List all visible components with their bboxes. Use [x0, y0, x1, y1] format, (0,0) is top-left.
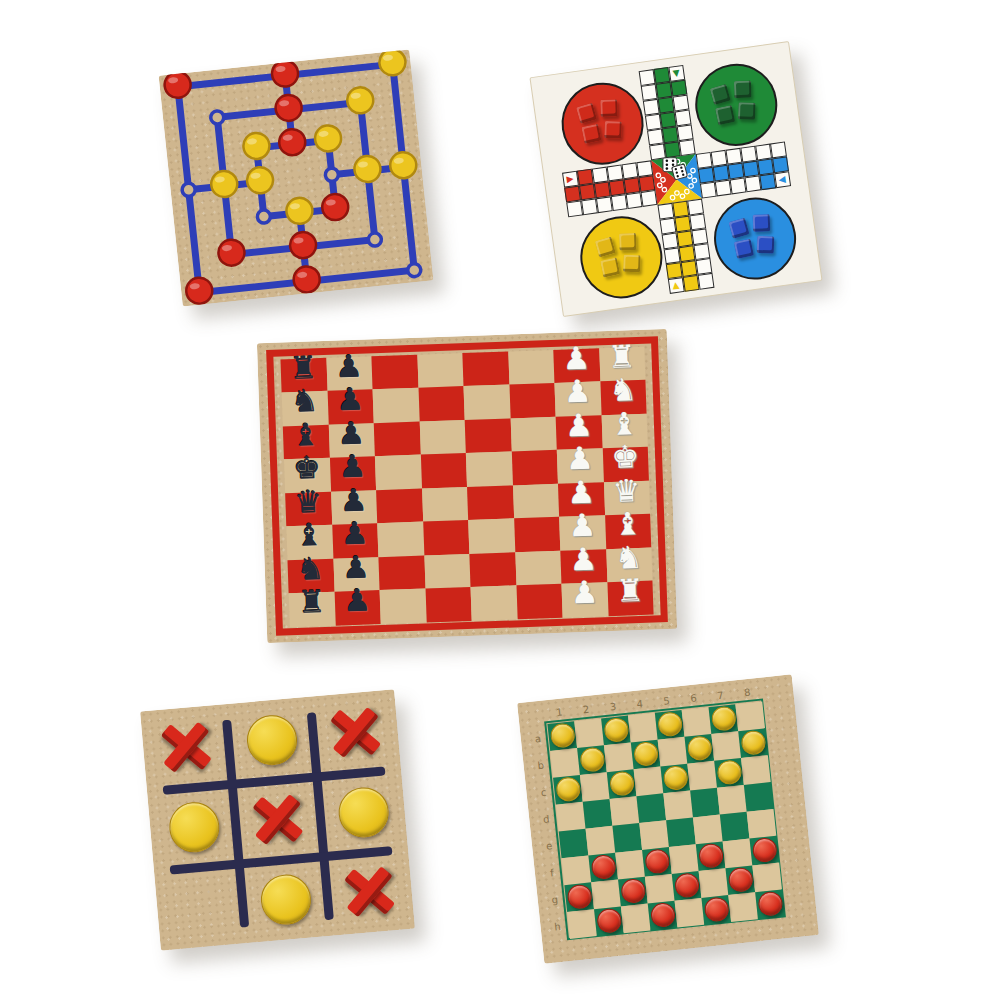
checkers-square [669, 844, 699, 874]
ludo-track-cell [697, 272, 714, 289]
chess-piece-white-rook: ♜ [599, 339, 646, 374]
ludo-pawn-blue [756, 235, 774, 253]
ttt-piece-x [326, 704, 385, 763]
die-showing-six [671, 164, 687, 180]
morris-piece-yellow [389, 151, 418, 180]
ttt-piece-x [248, 791, 307, 850]
chess-piece-black-pawn: ♟ [326, 349, 373, 384]
checkers-square [559, 829, 589, 859]
chess-square [375, 455, 422, 490]
ludo-pawn-green [733, 80, 751, 98]
chess-square [466, 451, 513, 486]
chess-square [510, 416, 557, 451]
chess-piece-white-pawn: ♟ [557, 441, 604, 476]
chess-piece-black-bishop: ♝ [286, 518, 333, 553]
morris-piece-red [289, 231, 318, 260]
chess-piece-white-bishop: ♝ [601, 406, 648, 441]
ludo-yard-blue [708, 192, 801, 285]
chess-board: ♜♟♟♜♞♟♟♞♝♟♟♝♚♟♟♚♛♟♟♛♝♟♟♝♞♟♟♞♜♟♟♜ [257, 329, 677, 643]
checkers-square [735, 702, 765, 732]
chess-square [417, 353, 464, 388]
chess-square [471, 585, 518, 620]
checkers-square [639, 820, 669, 850]
ttt-piece-o [167, 800, 221, 854]
checkers-rank-label: 6 [686, 692, 701, 704]
checkers-square [645, 874, 675, 904]
ttt-piece-o [258, 873, 312, 927]
morris-piece-yellow [285, 197, 314, 226]
chess-square [516, 584, 563, 619]
checkers-square [699, 868, 729, 898]
checkers-square [612, 823, 642, 853]
chess-square [378, 555, 425, 590]
checkers-square [591, 880, 621, 910]
morris-point [325, 168, 339, 182]
checkers-square [711, 731, 741, 761]
ludo-pawn-red [581, 123, 601, 143]
chess-square [465, 418, 512, 453]
checkers-rank-label: 7 [713, 689, 728, 701]
chess-square [469, 552, 516, 587]
checkers-board: abcdefgh12345678 [517, 674, 819, 963]
chess-piece-white-pawn: ♟ [558, 475, 605, 510]
morris-piece-yellow [246, 166, 275, 195]
morris-piece-red [278, 128, 307, 157]
morris-piece-red [163, 71, 192, 100]
morris-piece-red [217, 238, 246, 267]
chess-piece-black-pawn: ♟ [332, 516, 379, 551]
checkers-file-label: f [544, 867, 559, 879]
checkers-rank-label: 8 [740, 686, 755, 698]
checkers-square [666, 817, 696, 847]
checkers-square [720, 812, 750, 842]
chess-piece-black-pawn: ♟ [327, 382, 374, 417]
checkers-square [658, 737, 688, 767]
checkers-square [550, 748, 580, 778]
checkers-rank-label: 5 [659, 695, 674, 707]
chess-square [420, 453, 467, 488]
chess-square [374, 421, 421, 456]
morris-point [407, 263, 421, 277]
checkers-file-label: e [542, 840, 557, 852]
ludo-pawn-green [709, 84, 730, 105]
ttt-piece-o [336, 785, 390, 839]
checkers-file-label: c [536, 786, 551, 798]
chess-square [462, 351, 509, 386]
ludo-pawn-yellow [618, 233, 636, 251]
tic-tac-toe-board [140, 689, 415, 950]
ttt-piece-x [157, 718, 216, 777]
chess-piece-black-bishop: ♝ [283, 417, 330, 452]
ludo-yard-green [689, 58, 782, 151]
ludo-board: ▼▶◀▲ [529, 41, 822, 317]
checkers-square [675, 898, 705, 928]
morris-piece-yellow [346, 86, 375, 115]
chess-square [467, 485, 514, 520]
chess-piece-black-knight: ♞ [281, 384, 328, 419]
chess-piece-white-bishop: ♝ [604, 507, 651, 542]
chess-square [373, 388, 420, 423]
ludo-pawn-red [575, 102, 596, 123]
chess-square [511, 450, 558, 485]
checkers-square [610, 796, 640, 826]
morris-piece-red [185, 276, 214, 305]
checkers-square [663, 791, 693, 821]
checkers-square [741, 755, 771, 785]
checkers-square [728, 892, 758, 922]
chess-piece-white-king: ♚ [602, 440, 649, 475]
ludo-pawn-red [600, 99, 618, 117]
morris-piece-yellow [378, 49, 407, 76]
chess-square [515, 550, 562, 585]
ludo-yard-red [556, 77, 649, 170]
chess-square [512, 483, 559, 518]
ttt-piece-x [340, 863, 399, 922]
checkers-rank-label: 1 [552, 706, 567, 718]
chess-piece-black-pawn: ♟ [328, 416, 375, 451]
chess-piece-white-pawn: ♟ [553, 341, 600, 376]
chess-square [380, 589, 427, 624]
checkers-square [574, 718, 604, 748]
chess-piece-white-pawn: ♟ [560, 542, 607, 577]
ludo-pawn-blue [752, 214, 770, 232]
checkers-file-label: g [547, 894, 562, 906]
checkers-square [687, 761, 717, 791]
chess-square [371, 354, 418, 389]
checkers-square [580, 772, 610, 802]
chess-piece-white-pawn: ♟ [555, 408, 602, 443]
ludo-yard-yellow [575, 211, 668, 304]
checkers-square [682, 707, 712, 737]
ludo-home-triangles [651, 154, 702, 205]
checkers-square [628, 713, 658, 743]
chess-piece-white-pawn: ♟ [559, 508, 606, 543]
ludo-pawn-green [714, 105, 734, 125]
chess-square [422, 486, 469, 521]
morris-piece-yellow [314, 124, 343, 153]
chess-piece-white-queen: ♛ [603, 473, 650, 508]
checkers-square [634, 766, 664, 796]
checkers-square [752, 863, 782, 893]
morris-point [257, 209, 271, 223]
chess-piece-black-knight: ♞ [287, 551, 334, 586]
ttt-piece-o [244, 713, 298, 767]
checkers-square [562, 856, 592, 886]
ludo-pawn-blue [728, 217, 749, 238]
ludo-pawn-red [604, 121, 622, 139]
checkers-square [693, 815, 723, 845]
chess-piece-black-rook: ♜ [288, 585, 335, 620]
checkers-square [621, 904, 651, 934]
chess-piece-white-pawn: ♟ [561, 575, 608, 610]
ludo-pawn-yellow [622, 254, 640, 272]
morris-piece-red [274, 94, 303, 123]
chess-square [464, 384, 511, 419]
morris-point [368, 232, 382, 246]
checkers-square [723, 839, 753, 869]
nine-mens-morris-board [159, 49, 434, 306]
chess-square [418, 386, 465, 421]
checkers-square [567, 909, 597, 939]
morris-piece-yellow [210, 170, 239, 199]
chess-square [508, 349, 555, 384]
morris-piece-yellow [353, 155, 382, 184]
chess-square [377, 522, 424, 557]
ludo-pawn-green [737, 102, 755, 120]
checkers-square [583, 799, 613, 829]
checkers-square [636, 793, 666, 823]
ludo-arrow-blue-icon: ◀ [774, 171, 791, 188]
checkers-square [744, 782, 774, 812]
morris-piece-red [292, 265, 321, 294]
checkers-file-label: h [550, 920, 565, 932]
checkers-file-label: a [530, 732, 545, 744]
chess-piece-white-rook: ♜ [607, 574, 654, 609]
chess-piece-white-pawn: ♟ [554, 374, 601, 409]
morris-piece-red [271, 59, 300, 88]
checkers-square [615, 850, 645, 880]
chess-piece-white-knight: ♞ [606, 540, 653, 575]
chess-square [376, 488, 423, 523]
ludo-pawn-yellow [600, 257, 620, 277]
checkers-rank-label: 3 [605, 700, 620, 712]
checkers-square [556, 802, 586, 832]
chess-square [425, 587, 472, 622]
chess-square [514, 517, 561, 552]
chess-piece-black-king: ♚ [284, 451, 331, 486]
checkers-rank-label: 4 [632, 698, 647, 710]
checkers-square [604, 742, 634, 772]
morris-point [210, 110, 224, 124]
morris-lines [159, 49, 434, 306]
chess-piece-black-pawn: ♟ [334, 583, 381, 618]
chess-square [423, 520, 470, 555]
checkers-square [586, 826, 616, 856]
chess-square [468, 518, 515, 553]
checkers-file-label: b [533, 759, 548, 771]
chess-piece-black-rook: ♜ [280, 350, 327, 385]
checkers-rank-label: 2 [579, 703, 594, 715]
chess-piece-black-pawn: ♟ [329, 449, 376, 484]
chess-piece-black-pawn: ♟ [330, 483, 377, 518]
chess-piece-white-knight: ♞ [600, 373, 647, 408]
morris-point [182, 183, 196, 197]
ludo-pawn-blue [733, 238, 753, 258]
chess-square [424, 553, 471, 588]
chess-square [509, 383, 556, 418]
ttt-grid-line [222, 720, 249, 928]
product-photo-stage: ▼▶◀▲ ♜♟♟♜♞♟♟♞♝♟♟♝♚♟♟♚♛♟♟♛♝♟♟♝♞♟♟♞♜♟♟♜ ab… [0, 0, 1000, 1000]
checkers-file-label: d [539, 813, 554, 825]
morris-piece-yellow [242, 132, 271, 161]
chess-square [419, 420, 466, 455]
chess-piece-black-pawn: ♟ [333, 550, 380, 585]
checkers-square [690, 788, 720, 818]
checkers-square [717, 785, 747, 815]
checkers-square [747, 809, 777, 839]
chess-piece-black-queen: ♛ [285, 484, 332, 519]
ludo-pawn-yellow [594, 236, 615, 257]
morris-piece-red [321, 193, 350, 222]
